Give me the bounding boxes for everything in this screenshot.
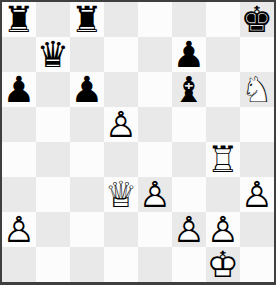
piece-fill-layer: ♛	[104, 177, 138, 212]
square-b1[interactable]	[36, 247, 70, 282]
piece-outline-layer: ♔	[206, 247, 240, 282]
square-b7[interactable]: ♛	[36, 37, 70, 72]
square-g8[interactable]	[206, 2, 240, 37]
piece-outline-layer: ♙	[104, 107, 138, 142]
piece-glyph-layer: ♟	[2, 72, 36, 107]
black-rook-icon: ♜	[2, 2, 36, 37]
square-a7[interactable]	[2, 37, 36, 72]
piece-glyph-layer: ♜	[2, 2, 36, 37]
black-king-icon: ♚	[240, 2, 274, 37]
square-a5[interactable]	[2, 107, 36, 142]
square-a2[interactable]: ♟♙	[2, 212, 36, 247]
square-e1[interactable]	[138, 247, 172, 282]
black-pawn-icon: ♟	[2, 72, 36, 107]
black-pawn-icon: ♟	[172, 37, 206, 72]
black-rook-icon: ♜	[70, 2, 104, 37]
square-g6[interactable]	[206, 72, 240, 107]
chess-board: ♜♜♚♛♟♟♟♝♞♘♟♙♜♖♛♕♟♙♟♙♟♙♟♙♟♙♚♔	[0, 0, 276, 285]
square-c8[interactable]: ♜	[70, 2, 104, 37]
square-d2[interactable]	[104, 212, 138, 247]
square-f3[interactable]	[172, 177, 206, 212]
black-bishop-icon: ♝	[172, 72, 206, 107]
piece-fill-layer: ♟	[206, 212, 240, 247]
square-h6[interactable]: ♞♘	[240, 72, 274, 107]
square-b6[interactable]	[36, 72, 70, 107]
square-a3[interactable]	[2, 177, 36, 212]
piece-fill-layer: ♞	[240, 72, 274, 107]
square-a4[interactable]	[2, 142, 36, 177]
square-g3[interactable]	[206, 177, 240, 212]
piece-glyph-layer: ♚	[240, 2, 274, 37]
square-h2[interactable]	[240, 212, 274, 247]
square-h8[interactable]: ♚	[240, 2, 274, 37]
square-h1[interactable]	[240, 247, 274, 282]
square-c7[interactable]	[70, 37, 104, 72]
square-f6[interactable]: ♝	[172, 72, 206, 107]
piece-outline-layer: ♙	[240, 177, 274, 212]
square-d1[interactable]	[104, 247, 138, 282]
piece-glyph-layer: ♟	[172, 37, 206, 72]
square-c3[interactable]	[70, 177, 104, 212]
square-f8[interactable]	[172, 2, 206, 37]
square-c4[interactable]	[70, 142, 104, 177]
white-pawn-icon: ♟♙	[172, 212, 206, 247]
black-pawn-icon: ♟	[70, 72, 104, 107]
square-h5[interactable]	[240, 107, 274, 142]
piece-outline-layer: ♙	[206, 212, 240, 247]
square-g7[interactable]	[206, 37, 240, 72]
piece-outline-layer: ♘	[240, 72, 274, 107]
piece-outline-layer: ♙	[172, 212, 206, 247]
square-d6[interactable]	[104, 72, 138, 107]
square-b5[interactable]	[36, 107, 70, 142]
square-c2[interactable]	[70, 212, 104, 247]
piece-outline-layer: ♙	[2, 212, 36, 247]
square-e5[interactable]	[138, 107, 172, 142]
white-pawn-icon: ♟♙	[240, 177, 274, 212]
white-queen-icon: ♛♕	[104, 177, 138, 212]
square-b4[interactable]	[36, 142, 70, 177]
square-g1[interactable]: ♚♔	[206, 247, 240, 282]
square-f1[interactable]	[172, 247, 206, 282]
square-b2[interactable]	[36, 212, 70, 247]
white-rook-icon: ♜♖	[206, 142, 240, 177]
square-f2[interactable]: ♟♙	[172, 212, 206, 247]
piece-fill-layer: ♟	[104, 107, 138, 142]
square-a8[interactable]: ♜	[2, 2, 36, 37]
piece-fill-layer: ♚	[206, 247, 240, 282]
square-a1[interactable]	[2, 247, 36, 282]
square-h7[interactable]	[240, 37, 274, 72]
square-d5[interactable]: ♟♙	[104, 107, 138, 142]
square-d7[interactable]	[104, 37, 138, 72]
piece-outline-layer: ♙	[138, 177, 172, 212]
square-f5[interactable]	[172, 107, 206, 142]
square-f7[interactable]: ♟	[172, 37, 206, 72]
square-e8[interactable]	[138, 2, 172, 37]
white-pawn-icon: ♟♙	[104, 107, 138, 142]
piece-fill-layer: ♟	[240, 177, 274, 212]
square-g4[interactable]: ♜♖	[206, 142, 240, 177]
square-h3[interactable]: ♟♙	[240, 177, 274, 212]
piece-fill-layer: ♜	[206, 142, 240, 177]
piece-glyph-layer: ♟	[70, 72, 104, 107]
piece-outline-layer: ♕	[104, 177, 138, 212]
square-c5[interactable]	[70, 107, 104, 142]
square-e2[interactable]	[138, 212, 172, 247]
square-g2[interactable]: ♟♙	[206, 212, 240, 247]
square-a6[interactable]: ♟	[2, 72, 36, 107]
white-pawn-icon: ♟♙	[138, 177, 172, 212]
black-queen-icon: ♛	[36, 37, 70, 72]
square-h4[interactable]	[240, 142, 274, 177]
piece-glyph-layer: ♜	[70, 2, 104, 37]
piece-outline-layer: ♖	[206, 142, 240, 177]
square-e4[interactable]	[138, 142, 172, 177]
square-b8[interactable]	[36, 2, 70, 37]
square-c6[interactable]: ♟	[70, 72, 104, 107]
square-c1[interactable]	[70, 247, 104, 282]
square-e6[interactable]	[138, 72, 172, 107]
square-e3[interactable]: ♟♙	[138, 177, 172, 212]
white-king-icon: ♚♔	[206, 247, 240, 282]
square-e7[interactable]	[138, 37, 172, 72]
piece-glyph-layer: ♝	[172, 72, 206, 107]
piece-fill-layer: ♟	[2, 212, 36, 247]
piece-glyph-layer: ♛	[36, 37, 70, 72]
square-d3[interactable]: ♛♕	[104, 177, 138, 212]
square-d8[interactable]	[104, 2, 138, 37]
piece-fill-layer: ♟	[172, 212, 206, 247]
square-f4[interactable]	[172, 142, 206, 177]
white-knight-icon: ♞♘	[240, 72, 274, 107]
square-g5[interactable]	[206, 107, 240, 142]
square-d4[interactable]	[104, 142, 138, 177]
square-b3[interactable]	[36, 177, 70, 212]
white-pawn-icon: ♟♙	[206, 212, 240, 247]
white-pawn-icon: ♟♙	[2, 212, 36, 247]
piece-fill-layer: ♟	[138, 177, 172, 212]
